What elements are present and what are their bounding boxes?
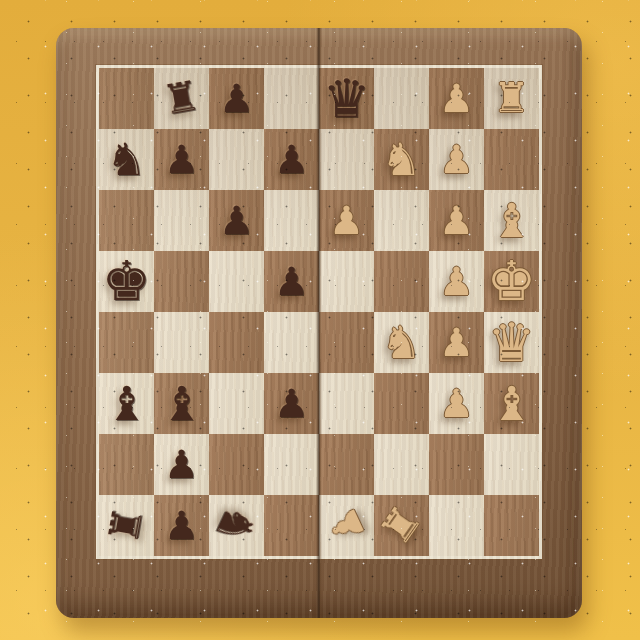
- square-e4: [319, 251, 374, 312]
- piece-white-rook-h1: ♜: [493, 78, 530, 119]
- square-d1: ♛: [484, 312, 539, 373]
- square-g7: ♟: [154, 129, 209, 190]
- piece-white-bishop-c1: ♝: [490, 380, 532, 427]
- square-e3: [374, 251, 429, 312]
- piece-white-pawn-f2: ♟: [439, 201, 474, 240]
- square-b1: [484, 434, 539, 495]
- piece-white-king-e1: ♚: [487, 254, 536, 309]
- square-h7: ♜: [154, 68, 209, 129]
- piece-black-pawn-e5: ♟: [274, 262, 309, 301]
- square-e6: [209, 251, 264, 312]
- piece-black-pawn-c5: ♟: [274, 384, 309, 423]
- piece-black-pawn-g5: ♟: [274, 140, 309, 179]
- square-b2: [429, 434, 484, 495]
- piece-black-pawn-b7: ♟: [164, 445, 199, 484]
- square-g6: [209, 129, 264, 190]
- square-g8: ♞: [99, 129, 154, 190]
- piece-white-rook-a3: ♜: [374, 499, 429, 553]
- piece-white-pawn-c2: ♟: [439, 384, 474, 423]
- square-g3: ♞: [374, 129, 429, 190]
- piece-white-pawn-a4: ♟: [321, 501, 371, 549]
- square-h4: ♛: [319, 68, 374, 129]
- piece-white-queen-d1: ♛: [488, 316, 536, 369]
- square-h1: ♜: [484, 68, 539, 129]
- square-c5: ♟: [264, 373, 319, 434]
- table-surface: ♜♟♛♟♜♞♟♟♞♟♟♟♟♝♚♟♟♚♞♟♛♝♝♟♟♝♟♜♟♞♟♜: [0, 0, 640, 640]
- square-a7: ♟: [154, 495, 209, 556]
- square-c7: ♝: [154, 373, 209, 434]
- piece-white-bishop-f1: ♝: [490, 197, 532, 244]
- square-h2: ♟: [429, 68, 484, 129]
- square-e1: ♚: [484, 251, 539, 312]
- square-c2: ♟: [429, 373, 484, 434]
- piece-black-bishop-c7: ♝: [160, 380, 202, 427]
- square-f2: ♟: [429, 190, 484, 251]
- square-d4: [319, 312, 374, 373]
- square-a4: ♟: [319, 495, 374, 556]
- square-e5: ♟: [264, 251, 319, 312]
- square-c6: [209, 373, 264, 434]
- piece-white-pawn-g2: ♟: [439, 140, 474, 179]
- square-b3: [374, 434, 429, 495]
- square-d5: [264, 312, 319, 373]
- square-a2: [429, 495, 484, 556]
- square-d8: [99, 312, 154, 373]
- square-f5: [264, 190, 319, 251]
- square-e8: ♚: [99, 251, 154, 312]
- piece-black-knight-a6: ♞: [208, 498, 266, 554]
- piece-white-pawn-e2: ♟: [439, 262, 474, 301]
- piece-black-pawn-h6: ♟: [219, 79, 254, 118]
- piece-white-knight-g3: ♞: [381, 137, 421, 182]
- piece-white-pawn-f4: ♟: [329, 201, 364, 240]
- square-a8: ♜: [99, 495, 154, 556]
- piece-black-king-e8: ♚: [102, 254, 151, 309]
- square-b7: ♟: [154, 434, 209, 495]
- chess-board: ♜♟♛♟♜♞♟♟♞♟♟♟♟♝♚♟♟♚♞♟♛♝♝♟♟♝♟♜♟♞♟♜: [56, 28, 582, 618]
- square-f4: ♟: [319, 190, 374, 251]
- piece-black-queen-h4: ♛: [323, 72, 371, 125]
- square-f6: ♟: [209, 190, 264, 251]
- square-c4: [319, 373, 374, 434]
- square-h6: ♟: [209, 68, 264, 129]
- square-b5: [264, 434, 319, 495]
- square-e7: [154, 251, 209, 312]
- square-h3: [374, 68, 429, 129]
- square-b8: [99, 434, 154, 495]
- square-f3: [374, 190, 429, 251]
- square-b4: [319, 434, 374, 495]
- piece-black-rook-h7: ♜: [160, 75, 203, 122]
- piece-white-pawn-d2: ♟: [439, 323, 474, 362]
- square-f7: [154, 190, 209, 251]
- square-g4: [319, 129, 374, 190]
- square-a3: ♜: [374, 495, 429, 556]
- square-a1: [484, 495, 539, 556]
- square-d2: ♟: [429, 312, 484, 373]
- piece-black-knight-g8: ♞: [106, 137, 146, 182]
- square-f1: ♝: [484, 190, 539, 251]
- square-g1: [484, 129, 539, 190]
- piece-white-knight-d3: ♞: [381, 320, 421, 365]
- square-h8: [99, 68, 154, 129]
- square-a6: ♞: [209, 495, 264, 556]
- square-g5: ♟: [264, 129, 319, 190]
- square-a5: [264, 495, 319, 556]
- square-d6: [209, 312, 264, 373]
- square-g2: ♟: [429, 129, 484, 190]
- piece-black-pawn-f6: ♟: [219, 201, 254, 240]
- square-f8: [99, 190, 154, 251]
- piece-black-bishop-c8: ♝: [105, 380, 147, 427]
- square-c8: ♝: [99, 373, 154, 434]
- piece-black-pawn-a7: ♟: [164, 506, 199, 545]
- piece-black-pawn-g7: ♟: [164, 140, 199, 179]
- piece-black-rook-a8: ♜: [103, 504, 150, 547]
- playing-area: ♜♟♛♟♜♞♟♟♞♟♟♟♟♝♚♟♟♚♞♟♛♝♝♟♟♝♟♜♟♞♟♜: [99, 68, 539, 556]
- square-e2: ♟: [429, 251, 484, 312]
- square-b6: [209, 434, 264, 495]
- square-h5: [264, 68, 319, 129]
- square-d3: ♞: [374, 312, 429, 373]
- square-c3: [374, 373, 429, 434]
- square-c1: ♝: [484, 373, 539, 434]
- square-d7: [154, 312, 209, 373]
- piece-white-pawn-h2: ♟: [439, 79, 474, 118]
